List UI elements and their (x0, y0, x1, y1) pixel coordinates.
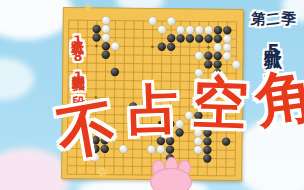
white-stone (148, 17, 156, 25)
white-stone (194, 146, 202, 154)
black-stone (203, 154, 211, 162)
title-char-2: 占 (127, 73, 184, 148)
black-stone (214, 26, 222, 34)
white-stone (204, 26, 212, 34)
black-stone (167, 43, 175, 51)
black-stone (204, 34, 212, 42)
white-stone (195, 51, 203, 59)
black-stone (92, 33, 100, 41)
season-label: 第二季 (251, 10, 296, 29)
black-stone (176, 34, 184, 42)
white-stone (223, 35, 231, 43)
white-stone (102, 33, 110, 41)
star-point (151, 45, 154, 48)
white-stone (167, 17, 175, 25)
black-stone (102, 42, 110, 50)
title-char-3: 空 (191, 65, 250, 143)
white-stone (102, 25, 110, 33)
white-stone (223, 43, 231, 51)
black-stone (101, 51, 109, 59)
left-caption-text: 从野狐18级到野狐1段 (70, 30, 85, 86)
black-stone (195, 34, 203, 42)
white-stone (195, 26, 203, 34)
black-stone (166, 145, 174, 153)
black-stone (213, 52, 221, 60)
season-char: 季 (280, 9, 297, 29)
black-stone (92, 25, 100, 33)
white-stone (214, 43, 222, 51)
white-stone (102, 16, 110, 24)
black-stone (186, 34, 194, 42)
star-icon: ★ (83, 1, 93, 12)
cloud-mid-left (0, 58, 34, 100)
star-point (95, 45, 98, 48)
star-point (207, 46, 210, 49)
black-stone (214, 35, 222, 43)
thumbnail-stage: ★ ★ 从野狐18级到野狐1段 第二季 野狐5级第一局 不 占 空 角 (0, 0, 304, 190)
cloud-bottom-left-pink (0, 148, 70, 190)
white-stone (158, 25, 166, 33)
black-stone (158, 43, 166, 51)
white-stone (119, 145, 127, 153)
black-stone (223, 26, 231, 34)
white-stone (186, 26, 194, 34)
white-stone (111, 42, 119, 50)
black-stone (111, 68, 119, 76)
black-stone (203, 146, 211, 154)
black-stone (167, 34, 175, 42)
white-stone (176, 26, 184, 34)
black-stone (204, 52, 212, 60)
white-stone (223, 52, 231, 60)
paw-icon (150, 168, 192, 190)
